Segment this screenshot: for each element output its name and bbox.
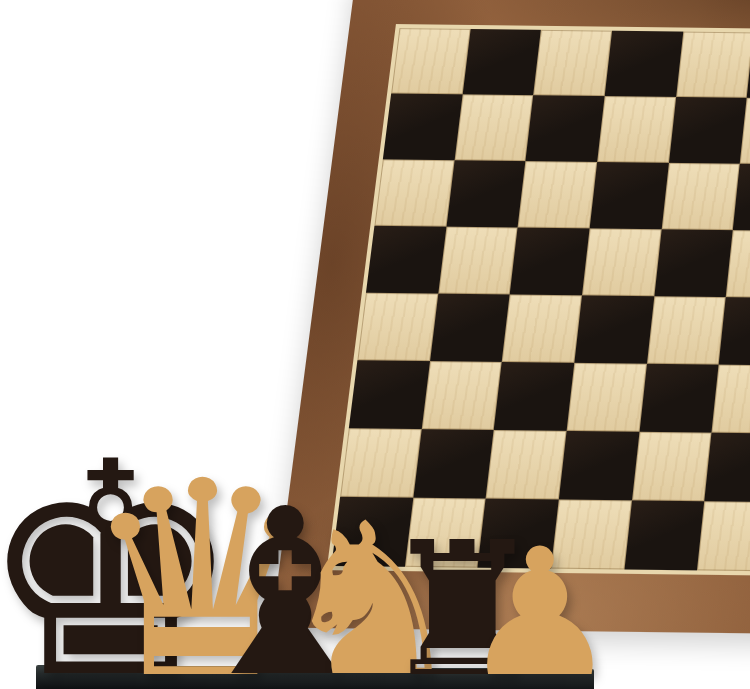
board-square <box>654 229 733 297</box>
board-square <box>676 32 750 98</box>
board-square <box>646 296 725 364</box>
piece-white-pawn: ♟ <box>452 526 628 689</box>
board-square <box>624 500 704 570</box>
board-square <box>421 361 502 430</box>
board-square <box>697 501 750 571</box>
board-square <box>357 293 438 361</box>
board-square <box>494 362 574 431</box>
board-square <box>704 433 750 502</box>
board-square <box>597 96 676 163</box>
board-square <box>383 93 462 160</box>
board-square <box>366 226 446 294</box>
board-square <box>639 364 719 433</box>
board-square <box>502 294 582 362</box>
board-square <box>374 159 454 226</box>
board-square <box>454 94 533 161</box>
board-square <box>391 28 470 94</box>
board-square <box>668 97 746 164</box>
board-square <box>574 295 654 363</box>
board-square <box>510 228 590 296</box>
board-square <box>430 294 510 362</box>
board-square <box>533 30 612 96</box>
board-square <box>486 430 567 499</box>
board-square <box>349 360 430 429</box>
board-square <box>446 160 526 227</box>
board-square <box>518 161 597 228</box>
board-square <box>605 31 683 97</box>
board-square <box>589 162 668 229</box>
board-square <box>526 95 605 162</box>
board-square <box>582 228 661 296</box>
board-square <box>712 365 750 434</box>
board-square <box>438 227 518 295</box>
board-square <box>632 432 712 501</box>
board-square <box>661 163 740 230</box>
board-square <box>559 431 639 500</box>
product-photo: ♚♛♝♞♜♟ <box>0 0 750 689</box>
board-square <box>566 363 646 432</box>
board-square <box>462 29 541 95</box>
